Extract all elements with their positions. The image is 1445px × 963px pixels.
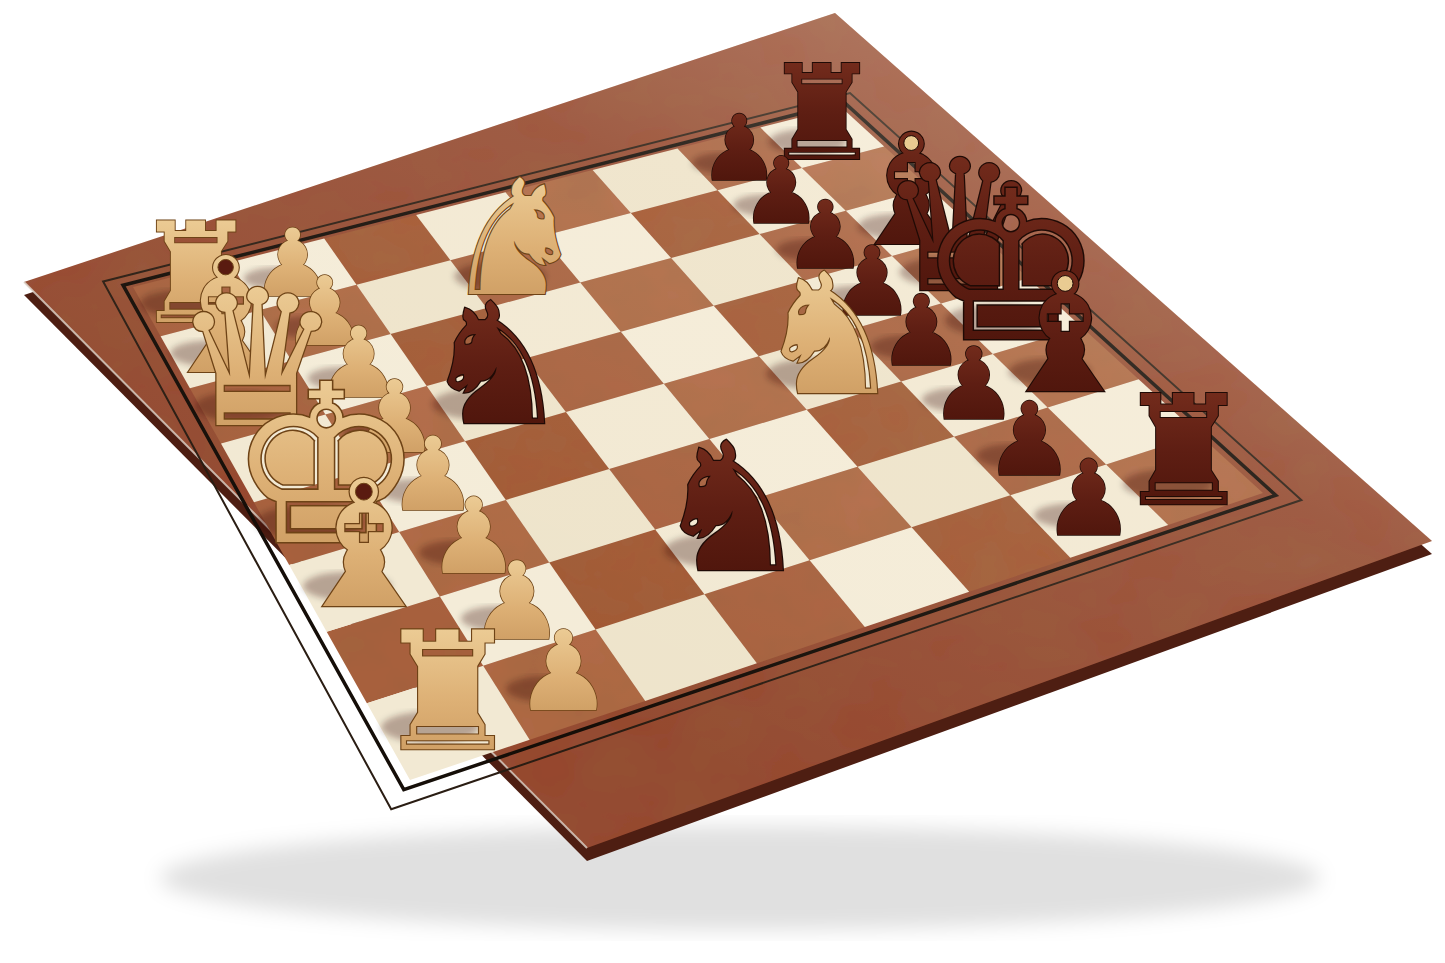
red-knight-g4[interactable]: ♞ — [652, 405, 812, 612]
white-bishop-finial-f1 — [355, 483, 372, 500]
white-rook-h1[interactable]: ♜ — [374, 597, 521, 788]
red-rook-h8[interactable]: ♜ — [1116, 363, 1252, 540]
photo-stage: ♜♟♟♝♟♛♞♟♟♜♚♟♟♝♝♞♟♟♞♛♟♟♜♟♟♚♞♟♝♟♟♜ — [0, 0, 1445, 963]
white-knight-e6[interactable]: ♞ — [755, 238, 905, 432]
chess-board-photo: ♜♟♟♝♟♛♞♟♟♜♚♟♟♝♝♞♟♟♞♛♟♟♜♟♟♚♞♟♝♟♟♜ — [0, 0, 1445, 963]
table-shadow — [160, 826, 1320, 930]
white-pawn-h2[interactable]: ♟ — [514, 607, 614, 736]
red-pawn-h7[interactable]: ♟ — [1042, 438, 1136, 560]
table-shadow-ellipse — [160, 826, 1320, 930]
red-bishop-finial-f8 — [1057, 276, 1073, 292]
